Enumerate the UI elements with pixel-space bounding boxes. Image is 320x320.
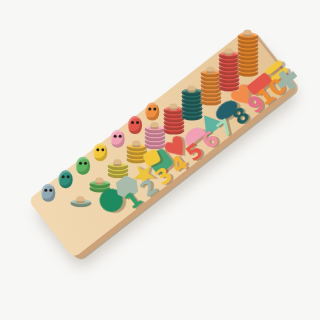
- product-photo-scene: ★♥♥ 12345678910: [0, 0, 320, 320]
- board-top: ★♥♥ 12345678910: [28, 28, 294, 259]
- ring-stack-count-10: [237, 30, 258, 77]
